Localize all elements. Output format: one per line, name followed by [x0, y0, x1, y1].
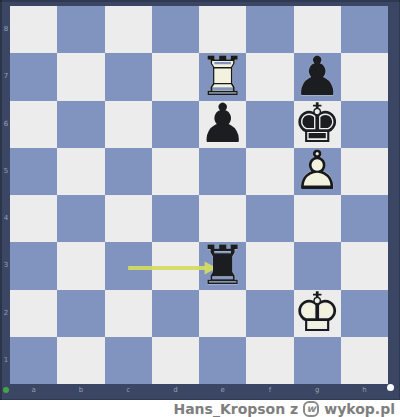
square-h5[interactable]	[341, 148, 388, 195]
square-c4[interactable]	[105, 195, 152, 242]
footer-attribution: Hans_Kropson z w wykop.pl	[0, 400, 400, 417]
square-b3[interactable]	[57, 242, 104, 289]
square-h8[interactable]	[341, 6, 388, 53]
square-a1[interactable]	[10, 337, 57, 384]
rank-label-2: 2	[0, 290, 10, 337]
square-g1[interactable]	[294, 337, 341, 384]
square-g4[interactable]	[294, 195, 341, 242]
file-label-g: g	[294, 386, 341, 396]
wykop-logo-icon: w	[303, 401, 319, 417]
square-c7[interactable]	[105, 53, 152, 100]
attribution-text: Hans_Kropson z	[173, 401, 298, 417]
square-d1[interactable]	[152, 337, 199, 384]
square-e3[interactable]: ♜	[199, 242, 246, 289]
square-f5[interactable]	[246, 148, 293, 195]
square-a2[interactable]	[10, 290, 57, 337]
chess-board-frame: 87654321 ♜♖♟♟♚♟♙♜♚♔ abcdefgh	[0, 0, 400, 400]
square-f2[interactable]	[246, 290, 293, 337]
square-b6[interactable]	[57, 101, 104, 148]
square-g5[interactable]: ♟♙	[294, 148, 341, 195]
square-f4[interactable]	[246, 195, 293, 242]
square-a3[interactable]	[10, 242, 57, 289]
rank-label-1: 1	[0, 337, 10, 384]
square-h1[interactable]	[341, 337, 388, 384]
site-name: wykop.pl	[324, 401, 395, 417]
square-c6[interactable]	[105, 101, 152, 148]
square-h2[interactable]	[341, 290, 388, 337]
black-rook-e3: ♜	[199, 242, 246, 289]
square-d8[interactable]	[152, 6, 199, 53]
square-f6[interactable]	[246, 101, 293, 148]
square-f1[interactable]	[246, 337, 293, 384]
square-g7[interactable]: ♟	[294, 53, 341, 100]
white-to-move-dot	[387, 384, 394, 391]
square-c5[interactable]	[105, 148, 152, 195]
square-a6[interactable]	[10, 101, 57, 148]
black-pawn-g7: ♟	[294, 53, 341, 100]
file-label-d: d	[152, 386, 199, 396]
file-label-e: e	[199, 386, 246, 396]
square-b7[interactable]	[57, 53, 104, 100]
square-d4[interactable]	[152, 195, 199, 242]
square-e7[interactable]: ♜♖	[199, 53, 246, 100]
rank-label-3: 3	[0, 242, 10, 289]
file-label-f: f	[246, 386, 293, 396]
square-g2[interactable]: ♚♔	[294, 290, 341, 337]
file-labels: abcdefgh	[10, 386, 388, 396]
square-b4[interactable]	[57, 195, 104, 242]
square-f3[interactable]	[246, 242, 293, 289]
rank-label-8: 8	[0, 6, 10, 53]
file-label-b: b	[57, 386, 104, 396]
square-a8[interactable]	[10, 6, 57, 53]
square-b1[interactable]	[57, 337, 104, 384]
rank-label-6: 6	[0, 101, 10, 148]
square-h6[interactable]	[341, 101, 388, 148]
square-d3[interactable]	[152, 242, 199, 289]
rank-label-4: 4	[0, 195, 10, 242]
rank-label-5: 5	[0, 148, 10, 195]
wykop-logo-letter: w	[307, 403, 316, 414]
square-g8[interactable]	[294, 6, 341, 53]
square-f8[interactable]	[246, 6, 293, 53]
black-king-g6: ♚	[294, 101, 341, 148]
square-d6[interactable]	[152, 101, 199, 148]
square-a7[interactable]	[10, 53, 57, 100]
square-a4[interactable]	[10, 195, 57, 242]
square-b2[interactable]	[57, 290, 104, 337]
square-e5[interactable]	[199, 148, 246, 195]
white-king-g2: ♚♔	[294, 290, 341, 337]
file-label-a: a	[10, 386, 57, 396]
square-d5[interactable]	[152, 148, 199, 195]
square-e8[interactable]	[199, 6, 246, 53]
square-h4[interactable]	[341, 195, 388, 242]
file-label-c: c	[105, 386, 152, 396]
square-a5[interactable]	[10, 148, 57, 195]
square-h7[interactable]	[341, 53, 388, 100]
file-label-h: h	[341, 386, 388, 396]
square-b8[interactable]	[57, 6, 104, 53]
square-b5[interactable]	[57, 148, 104, 195]
square-c8[interactable]	[105, 6, 152, 53]
square-f7[interactable]	[246, 53, 293, 100]
square-e6[interactable]: ♟	[199, 101, 246, 148]
square-d2[interactable]	[152, 290, 199, 337]
square-c2[interactable]	[105, 290, 152, 337]
rank-labels: 87654321	[0, 6, 10, 384]
square-e2[interactable]	[199, 290, 246, 337]
square-c3[interactable]	[105, 242, 152, 289]
square-e4[interactable]	[199, 195, 246, 242]
square-d7[interactable]	[152, 53, 199, 100]
square-h3[interactable]	[341, 242, 388, 289]
screenshot-root: 87654321 ♜♖♟♟♚♟♙♜♚♔ abcdefgh Hans_Kropso…	[0, 0, 400, 417]
square-g3[interactable]	[294, 242, 341, 289]
rank-label-7: 7	[0, 53, 10, 100]
square-c1[interactable]	[105, 337, 152, 384]
chess-board: ♜♖♟♟♚♟♙♜♚♔	[10, 6, 388, 384]
white-rook-e7: ♜♖	[199, 53, 246, 100]
white-pawn-g5: ♟♙	[294, 148, 341, 195]
green-corner-dot	[3, 387, 9, 393]
black-pawn-e6: ♟	[199, 101, 246, 148]
square-e1[interactable]	[199, 337, 246, 384]
square-g6[interactable]: ♚	[294, 101, 341, 148]
